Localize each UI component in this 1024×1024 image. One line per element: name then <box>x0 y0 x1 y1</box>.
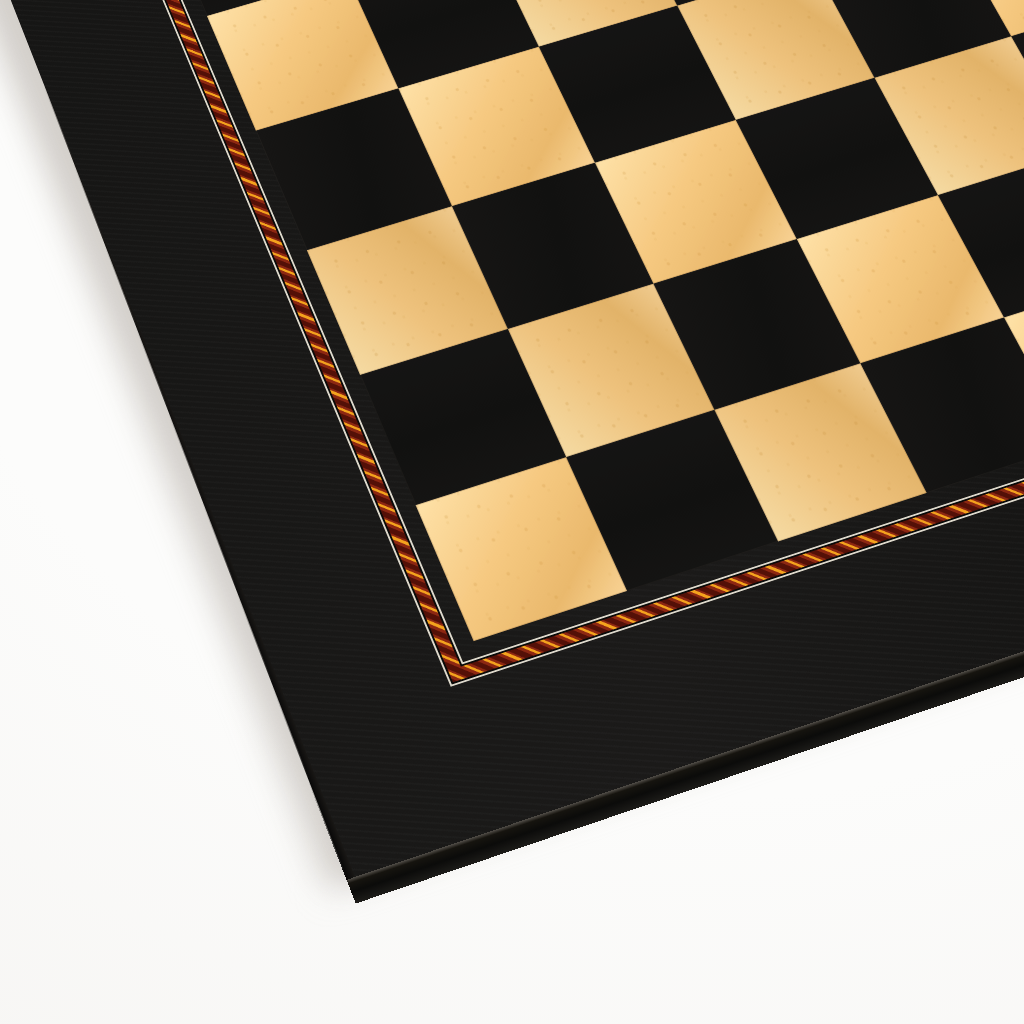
photo-background <box>0 0 1024 1024</box>
